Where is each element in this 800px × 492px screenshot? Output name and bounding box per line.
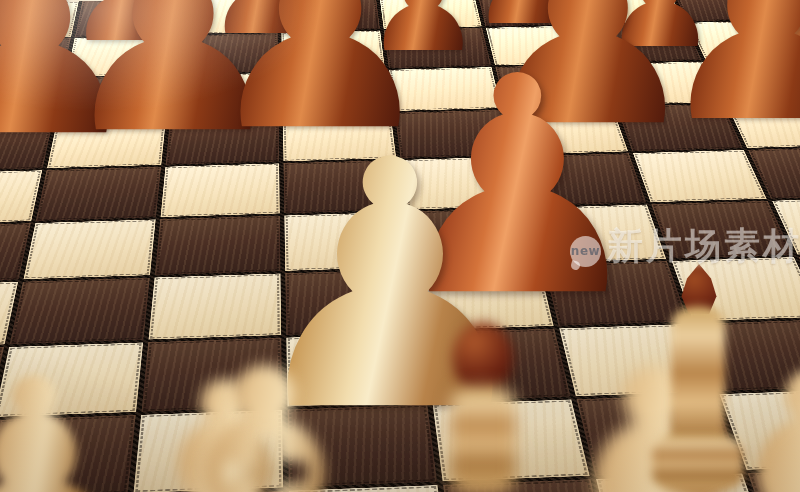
white-bishop-fg: ♝ [94,321,406,492]
board-cell [24,219,156,279]
white-pawn-fg-right: ♟ [652,327,800,492]
chess-photo: ♟♟♟♟♟♟♟♟♟♟♟♟♟♟♟♝♟♟ new 新片场素材 [0,0,800,492]
board-cell [651,201,792,259]
black-pawn-near-5: ♟ [653,0,800,157]
